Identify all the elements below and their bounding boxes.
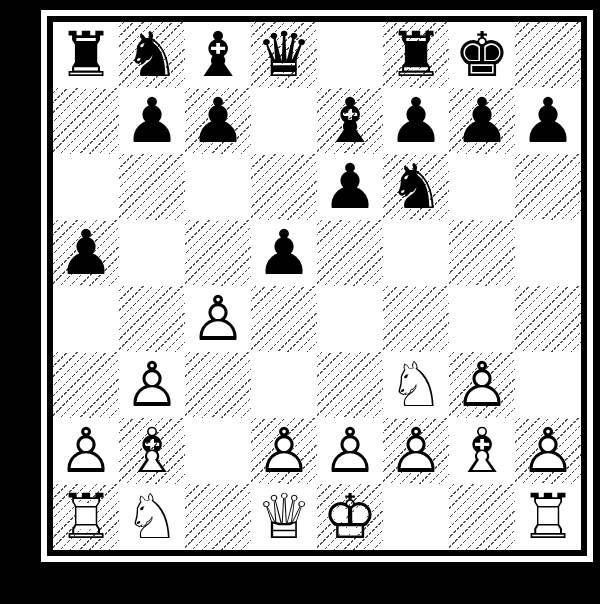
white-pawn-icon: ♟♙	[383, 418, 449, 484]
white-pawn-outline: ♙	[185, 286, 251, 352]
square-a2[interactable]: ♟♙	[53, 418, 119, 484]
black-knight-icon: ♞	[383, 154, 449, 220]
square-g5[interactable]	[449, 220, 515, 286]
square-c2[interactable]	[185, 418, 251, 484]
white-pawn-icon: ♟♙	[53, 418, 119, 484]
square-a5[interactable]: ♟	[53, 220, 119, 286]
white-pawn-icon: ♟♙	[185, 286, 251, 352]
board-frame: ♜♞♝♛♜♚♟♟♝♟♟♟♟♞♟♟♟♙♟♙♞♘♟♙♟♙♝♗♟♙♟♙♟♙♝♗♟♙♜♖…	[41, 10, 593, 562]
white-bishop-icon: ♝♗	[449, 418, 515, 484]
square-h1[interactable]: ♜♖	[515, 484, 581, 550]
black-pawn-icon: ♟	[251, 220, 317, 286]
black-rook-icon: ♜	[53, 22, 119, 88]
white-pawn-icon: ♟♙	[119, 352, 185, 418]
square-e4[interactable]	[317, 286, 383, 352]
black-king-icon: ♚	[449, 22, 515, 88]
square-g1[interactable]	[449, 484, 515, 550]
white-knight-icon: ♞♘	[383, 352, 449, 418]
white-bishop-outline: ♗	[449, 418, 515, 484]
square-h2[interactable]: ♟♙	[515, 418, 581, 484]
white-pawn-icon: ♟♙	[317, 418, 383, 484]
black-bishop-icon: ♝	[317, 88, 383, 154]
white-pawn-outline: ♙	[251, 418, 317, 484]
black-pawn-icon: ♟	[317, 154, 383, 220]
white-rook-outline: ♖	[515, 484, 581, 550]
square-b8[interactable]: ♞	[119, 22, 185, 88]
black-bishop-icon: ♝	[185, 22, 251, 88]
black-knight-icon: ♞	[119, 22, 185, 88]
square-e1[interactable]: ♚♔	[317, 484, 383, 550]
white-queen-outline: ♕	[251, 484, 317, 550]
square-a7[interactable]	[53, 88, 119, 154]
square-f6[interactable]: ♞	[383, 154, 449, 220]
white-knight-outline: ♘	[383, 352, 449, 418]
square-a1[interactable]: ♜♖	[53, 484, 119, 550]
square-g3[interactable]: ♟♙	[449, 352, 515, 418]
square-e6[interactable]: ♟	[317, 154, 383, 220]
square-f1[interactable]	[383, 484, 449, 550]
square-b6[interactable]	[119, 154, 185, 220]
square-b2[interactable]: ♝♗	[119, 418, 185, 484]
square-f3[interactable]: ♞♘	[383, 352, 449, 418]
white-pawn-outline: ♙	[449, 352, 515, 418]
black-pawn-icon: ♟	[449, 88, 515, 154]
black-queen-icon: ♛	[251, 22, 317, 88]
white-pawn-outline: ♙	[119, 352, 185, 418]
square-a8[interactable]: ♜	[53, 22, 119, 88]
square-a6[interactable]	[53, 154, 119, 220]
black-pawn-icon: ♟	[185, 88, 251, 154]
square-c7[interactable]: ♟	[185, 88, 251, 154]
white-bishop-outline: ♗	[119, 418, 185, 484]
square-b3[interactable]: ♟♙	[119, 352, 185, 418]
square-e8[interactable]	[317, 22, 383, 88]
square-h8[interactable]	[515, 22, 581, 88]
white-king-outline: ♔	[317, 484, 383, 550]
black-rook-icon: ♜	[383, 22, 449, 88]
square-d1[interactable]: ♛♕	[251, 484, 317, 550]
white-knight-icon: ♞♘	[119, 484, 185, 550]
square-d8[interactable]: ♛	[251, 22, 317, 88]
square-f4[interactable]	[383, 286, 449, 352]
square-d7[interactable]	[251, 88, 317, 154]
square-b4[interactable]	[119, 286, 185, 352]
square-g7[interactable]: ♟	[449, 88, 515, 154]
white-queen-icon: ♛♕	[251, 484, 317, 550]
square-f5[interactable]	[383, 220, 449, 286]
black-pawn-icon: ♟	[383, 88, 449, 154]
square-c8[interactable]: ♝	[185, 22, 251, 88]
black-pawn-icon: ♟	[119, 88, 185, 154]
white-king-icon: ♚♔	[317, 484, 383, 550]
white-pawn-outline: ♙	[515, 418, 581, 484]
square-c1[interactable]	[185, 484, 251, 550]
square-b7[interactable]: ♟	[119, 88, 185, 154]
square-d6[interactable]	[251, 154, 317, 220]
square-d3[interactable]	[251, 352, 317, 418]
square-b1[interactable]: ♞♘	[119, 484, 185, 550]
white-rook-icon: ♜♖	[53, 484, 119, 550]
white-knight-outline: ♘	[119, 484, 185, 550]
square-a3[interactable]	[53, 352, 119, 418]
square-f8[interactable]: ♜	[383, 22, 449, 88]
square-d5[interactable]: ♟	[251, 220, 317, 286]
square-h3[interactable]	[515, 352, 581, 418]
square-c4[interactable]: ♟♙	[185, 286, 251, 352]
square-c6[interactable]	[185, 154, 251, 220]
square-g4[interactable]	[449, 286, 515, 352]
square-e3[interactable]	[317, 352, 383, 418]
white-pawn-outline: ♙	[383, 418, 449, 484]
black-pawn-icon: ♟	[515, 88, 581, 154]
white-pawn-icon: ♟♙	[515, 418, 581, 484]
square-h5[interactable]	[515, 220, 581, 286]
square-h6[interactable]	[515, 154, 581, 220]
white-rook-outline: ♖	[53, 484, 119, 550]
square-f2[interactable]: ♟♙	[383, 418, 449, 484]
black-pawn-icon: ♟	[53, 220, 119, 286]
white-pawn-icon: ♟♙	[449, 352, 515, 418]
white-pawn-outline: ♙	[53, 418, 119, 484]
white-bishop-icon: ♝♗	[119, 418, 185, 484]
square-e7[interactable]: ♝	[317, 88, 383, 154]
square-g8[interactable]: ♚	[449, 22, 515, 88]
square-a4[interactable]	[53, 286, 119, 352]
square-e2[interactable]: ♟♙	[317, 418, 383, 484]
square-c5[interactable]	[185, 220, 251, 286]
square-e5[interactable]	[317, 220, 383, 286]
white-rook-icon: ♜♖	[515, 484, 581, 550]
square-g6[interactable]	[449, 154, 515, 220]
square-f7[interactable]: ♟	[383, 88, 449, 154]
white-pawn-icon: ♟♙	[251, 418, 317, 484]
board-border: ♜♞♝♛♜♚♟♟♝♟♟♟♟♞♟♟♟♙♟♙♞♘♟♙♟♙♝♗♟♙♟♙♟♙♝♗♟♙♜♖…	[47, 16, 587, 556]
white-pawn-outline: ♙	[317, 418, 383, 484]
square-b5[interactable]	[119, 220, 185, 286]
square-d4[interactable]	[251, 286, 317, 352]
chess-diagram-canvas: ♜♞♝♛♜♚♟♟♝♟♟♟♟♞♟♟♟♙♟♙♞♘♟♙♟♙♝♗♟♙♟♙♟♙♝♗♟♙♜♖…	[0, 0, 600, 604]
square-c3[interactable]	[185, 352, 251, 418]
square-g2[interactable]: ♝♗	[449, 418, 515, 484]
square-d2[interactable]: ♟♙	[251, 418, 317, 484]
square-h4[interactable]	[515, 286, 581, 352]
square-h7[interactable]: ♟	[515, 88, 581, 154]
chess-board: ♜♞♝♛♜♚♟♟♝♟♟♟♟♞♟♟♟♙♟♙♞♘♟♙♟♙♝♗♟♙♟♙♟♙♝♗♟♙♜♖…	[53, 22, 581, 550]
